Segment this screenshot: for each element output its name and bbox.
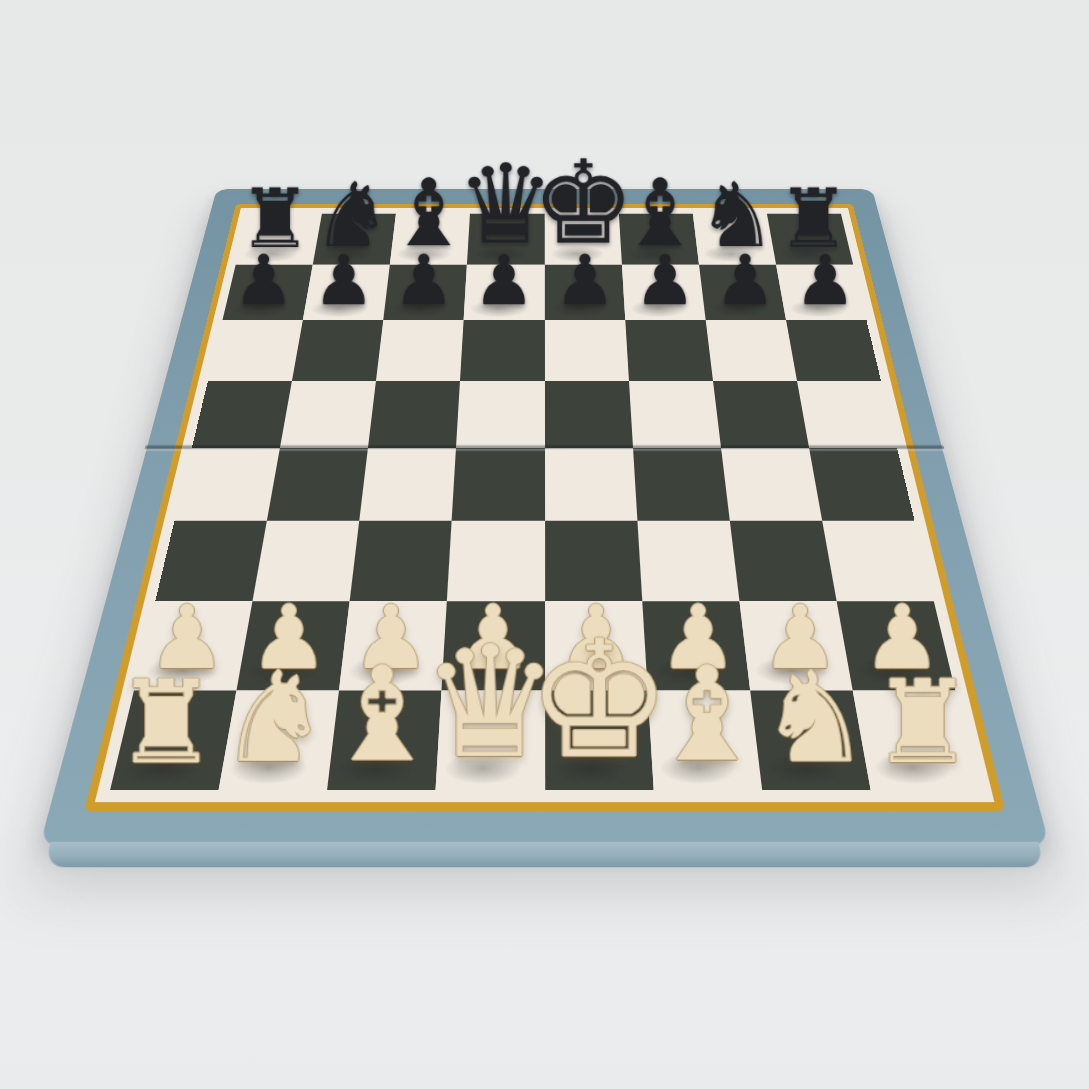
piece-black-pawn[interactable]: ♟ xyxy=(473,246,535,315)
piece-white-knight[interactable]: ♞ xyxy=(218,655,330,780)
piece-black-pawn[interactable]: ♟ xyxy=(393,246,455,315)
square-c5[interactable] xyxy=(368,381,460,447)
piece-black-pawn[interactable]: ♟ xyxy=(714,246,776,315)
square-e6[interactable] xyxy=(544,321,628,382)
square-f6[interactable] xyxy=(625,321,713,382)
piece-white-bishop[interactable]: ♝ xyxy=(648,651,765,781)
square-c6[interactable] xyxy=(376,321,464,382)
square-b5[interactable] xyxy=(280,381,376,447)
board-playing-area: ♜♞♝♛♚♝♞♜♟♟♟♟♟♟♟♟♟♟♟♟♟♟♟♟♜♞♝♛♚♝♞♜ xyxy=(110,214,979,790)
square-g7[interactable]: ♟ xyxy=(699,265,786,321)
square-f5[interactable] xyxy=(629,381,721,447)
piece-black-pawn[interactable]: ♟ xyxy=(313,246,375,315)
square-e4[interactable] xyxy=(545,448,638,521)
square-h4[interactable] xyxy=(809,448,915,521)
square-d7[interactable]: ♟ xyxy=(464,265,545,321)
square-a7[interactable]: ♟ xyxy=(222,265,312,321)
board-grid: ♜♞♝♛♚♝♞♜♟♟♟♟♟♟♟♟♟♟♟♟♟♟♟♟♜♞♝♛♚♝♞♜ xyxy=(110,214,979,790)
piece-white-rook[interactable]: ♜ xyxy=(115,665,218,780)
chess-board: ♜♞♝♛♚♝♞♜♟♟♟♟♟♟♟♟♟♟♟♟♟♟♟♟♜♞♝♛♚♝♞♜ xyxy=(40,189,1050,845)
square-c7[interactable]: ♟ xyxy=(383,265,467,321)
square-h1[interactable]: ♜ xyxy=(853,690,980,790)
square-a4[interactable] xyxy=(175,448,281,521)
square-d4[interactable] xyxy=(452,448,544,521)
square-f4[interactable] xyxy=(633,448,730,521)
piece-white-rook[interactable]: ♜ xyxy=(871,665,974,780)
piece-black-pawn[interactable]: ♟ xyxy=(233,246,295,315)
square-d5[interactable] xyxy=(456,381,544,447)
piece-white-knight[interactable]: ♞ xyxy=(759,655,871,780)
square-b7[interactable]: ♟ xyxy=(303,265,390,321)
square-f1[interactable]: ♝ xyxy=(647,690,762,790)
square-h6[interactable] xyxy=(786,321,881,382)
square-e7[interactable]: ♟ xyxy=(544,265,625,321)
square-b4[interactable] xyxy=(267,448,368,521)
square-g6[interactable] xyxy=(706,321,797,382)
square-g4[interactable] xyxy=(721,448,822,521)
square-a5[interactable] xyxy=(192,381,292,447)
square-b6[interactable] xyxy=(292,321,383,382)
square-g1[interactable]: ♞ xyxy=(750,690,871,790)
square-e1[interactable]: ♚ xyxy=(545,690,654,790)
piece-black-pawn[interactable]: ♟ xyxy=(634,246,696,315)
square-h7[interactable]: ♟ xyxy=(776,265,867,321)
square-d6[interactable] xyxy=(460,321,544,382)
square-g5[interactable] xyxy=(713,381,809,447)
board-gold-trim: ♜♞♝♛♚♝♞♜♟♟♟♟♟♟♟♟♟♟♟♟♟♟♟♟♜♞♝♛♚♝♞♜ xyxy=(84,204,1005,810)
square-h5[interactable] xyxy=(797,381,897,447)
square-c4[interactable] xyxy=(360,448,457,521)
piece-black-pawn[interactable]: ♟ xyxy=(794,246,856,315)
piece-black-pawn[interactable]: ♟ xyxy=(554,246,616,315)
square-f7[interactable]: ♟ xyxy=(622,265,706,321)
square-a6[interactable] xyxy=(208,321,303,382)
photo-scene: ♜♞♝♛♚♝♞♜♟♟♟♟♟♟♟♟♟♟♟♟♟♟♟♟♜♞♝♛♚♝♞♜ xyxy=(0,0,1089,1089)
square-e5[interactable] xyxy=(544,381,632,447)
square-b1[interactable]: ♞ xyxy=(219,690,340,790)
